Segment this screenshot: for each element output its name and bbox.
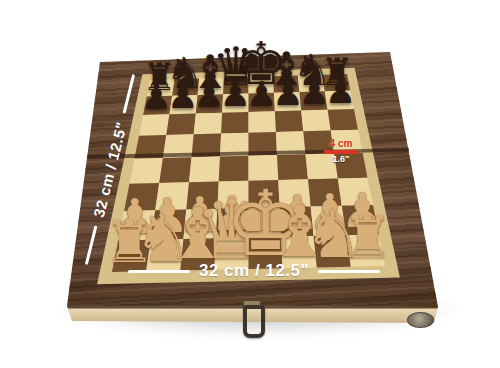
dimension-line-top [123, 74, 136, 114]
square-size-annotation: 4 cm 1.6" [322, 138, 360, 165]
dimension-bottom: 32 cm / 12.5" [128, 261, 380, 281]
dimension-bottom-label: 32 cm / 12.5" [199, 261, 309, 281]
product-photo-chess-set: ♜♞♝♛♚♝♞♜♟♟♟♟♟♟♟♟♟♟♟♟♟♟♟♟♜♞♝♛♚♝♞♜ 32 cm /… [0, 0, 500, 368]
latch-ring-icon [243, 305, 265, 338]
dimension-line-bottom [85, 225, 98, 265]
round-metal-catch-icon [407, 312, 434, 328]
square-size-cm-label: 4 cm [322, 138, 360, 149]
dimension-line-left [128, 270, 190, 273]
square-size-inch-label: 1.6" [322, 155, 360, 165]
dimension-line-right [318, 270, 380, 273]
